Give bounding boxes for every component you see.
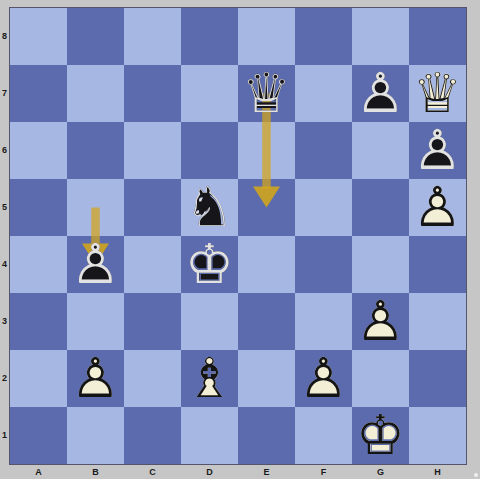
piece-wQ-h7[interactable]: ♛♕	[409, 65, 466, 122]
piece-wP-h5[interactable]: ♟♙	[409, 179, 466, 236]
file-label-d: D	[181, 467, 238, 477]
file-label-h: H	[409, 467, 466, 477]
piece-wP-f2[interactable]: ♟♙	[295, 350, 352, 407]
file-label-g: G	[352, 467, 409, 477]
resize-grip-dot	[474, 473, 478, 477]
piece-wP-g3[interactable]: ♟♙	[352, 293, 409, 350]
chess-board: ♛♕♟♙♛♕♟♙♞♘♟♙♟♙♚♔♟♙♟♙♝♗♟♙♚♔	[9, 7, 467, 465]
white-pawn-glyph-outline: ♙	[409, 179, 466, 236]
file-label-b: B	[67, 467, 124, 477]
white-king-glyph-outline: ♔	[352, 407, 409, 464]
rank-label-4: 4	[0, 259, 9, 269]
black-king-glyph-outline: ♔	[181, 236, 238, 293]
white-pawn-glyph-outline: ♙	[67, 350, 124, 407]
rank-label-3: 3	[0, 316, 9, 326]
white-pawn-glyph-outline: ♙	[352, 293, 409, 350]
rank-label-1: 1	[0, 430, 9, 440]
piece-bN-d5[interactable]: ♞♘	[181, 179, 238, 236]
black-pawn-glyph-outline: ♙	[409, 122, 466, 179]
rank-label-8: 8	[0, 31, 9, 41]
piece-bP-g7[interactable]: ♟♙	[352, 65, 409, 122]
rank-label-2: 2	[0, 373, 9, 383]
file-label-f: F	[295, 467, 352, 477]
black-queen-glyph-outline: ♕	[238, 65, 295, 122]
piece-bQ-e7[interactable]: ♛♕	[238, 65, 295, 122]
file-label-e: E	[238, 467, 295, 477]
piece-wK-g1[interactable]: ♚♔	[352, 407, 409, 464]
piece-bP-h6[interactable]: ♟♙	[409, 122, 466, 179]
black-pawn-glyph-outline: ♙	[67, 236, 124, 293]
piece-layer: ♛♕♟♙♛♕♟♙♞♘♟♙♟♙♚♔♟♙♟♙♝♗♟♙♚♔	[10, 8, 466, 464]
piece-wP-b2[interactable]: ♟♙	[67, 350, 124, 407]
file-label-a: A	[10, 467, 67, 477]
white-pawn-glyph-outline: ♙	[295, 350, 352, 407]
piece-bP-b4[interactable]: ♟♙	[67, 236, 124, 293]
piece-bK-d4[interactable]: ♚♔	[181, 236, 238, 293]
rank-label-6: 6	[0, 145, 9, 155]
chess-gui-window: ♛♕♟♙♛♕♟♙♞♘♟♙♟♙♚♔♟♙♟♙♝♗♟♙♚♔ 87654321 ABCD…	[0, 0, 480, 479]
rank-label-5: 5	[0, 202, 9, 212]
piece-wB-d2[interactable]: ♝♗	[181, 350, 238, 407]
file-label-c: C	[124, 467, 181, 477]
black-knight-glyph-outline: ♘	[181, 179, 238, 236]
black-pawn-glyph-outline: ♙	[352, 65, 409, 122]
white-queen-glyph-outline: ♕	[409, 65, 466, 122]
rank-label-7: 7	[0, 88, 9, 98]
white-bishop-glyph-outline: ♗	[181, 350, 238, 407]
